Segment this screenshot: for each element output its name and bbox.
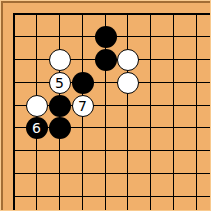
move-number-label: 7	[78, 98, 87, 112]
black-stone	[72, 72, 94, 94]
board-frame-top-highlight	[0, 0, 211, 1]
black-stone	[49, 117, 71, 139]
black-stone: 6	[26, 117, 48, 139]
grid-line-vertical	[150, 13, 151, 210]
grid-line-horizontal	[13, 150, 210, 151]
board-frame-left-highlight	[0, 0, 1, 211]
grid-line-horizontal	[13, 196, 210, 197]
grid-line-vertical	[127, 13, 128, 210]
go-board-diagram: 576	[0, 0, 211, 211]
board-frame-top-edge	[1, 1, 210, 3]
board-frame-right-highlight	[210, 0, 211, 211]
grid-line-horizontal	[13, 173, 210, 174]
white-stone: 7	[72, 95, 94, 117]
move-number-label: 5	[55, 75, 64, 89]
black-stone	[49, 95, 71, 117]
move-number-label: 6	[32, 120, 41, 134]
white-stone	[49, 49, 71, 71]
white-stone	[117, 49, 139, 71]
white-stone	[26, 95, 48, 117]
white-stone: 5	[49, 72, 71, 94]
white-stone	[117, 72, 139, 94]
board-frame-bottom-highlight	[0, 210, 211, 211]
grid-line-horizontal	[13, 13, 210, 15]
black-stone	[95, 49, 117, 71]
black-stone	[95, 26, 117, 48]
grid-line-vertical	[173, 13, 174, 210]
grid-line-horizontal	[13, 82, 210, 83]
grid-line-vertical	[13, 13, 15, 210]
grid-line-vertical	[196, 13, 197, 210]
board-frame-left-edge	[1, 1, 3, 210]
